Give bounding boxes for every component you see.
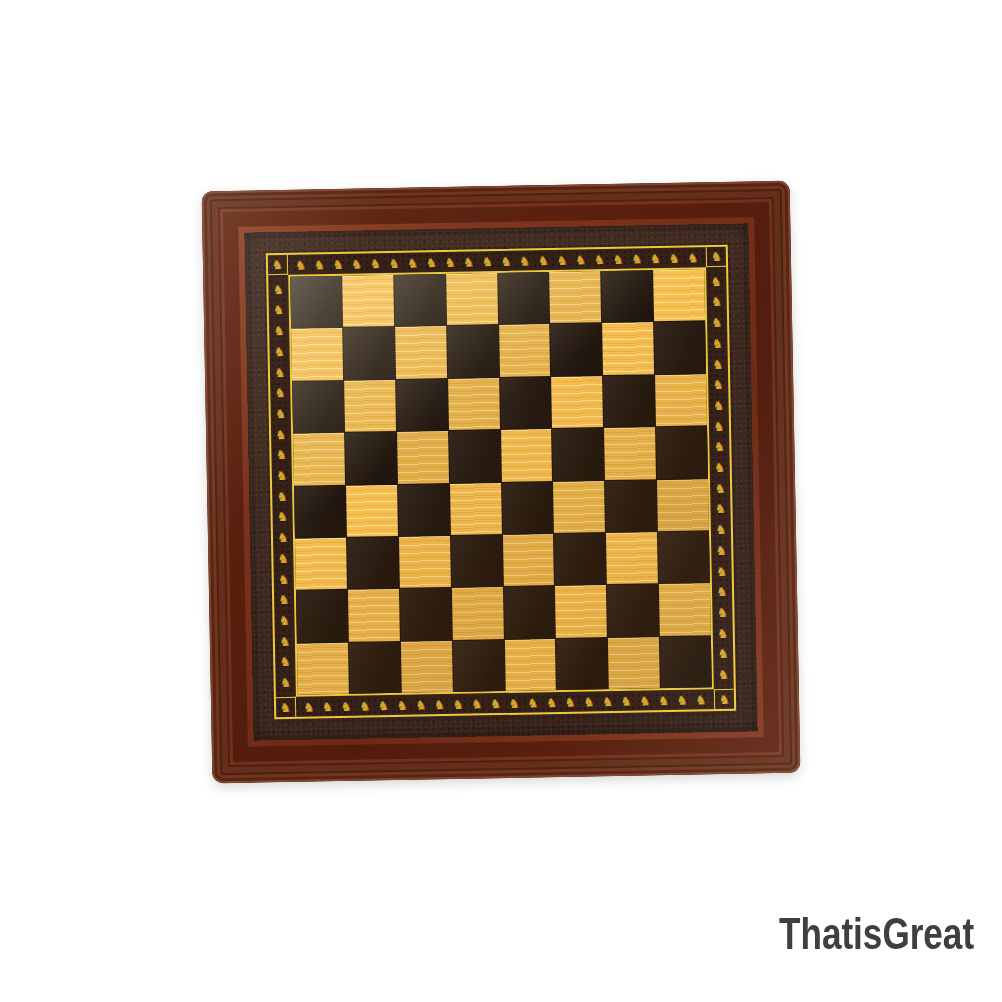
board-square (601, 270, 653, 322)
border-motif-icon: ♞ (276, 469, 288, 482)
board-square (342, 275, 394, 327)
board-square (604, 427, 656, 479)
border-motif-icon: ♞ (639, 694, 651, 707)
border-motif-icon: ♞ (272, 258, 284, 271)
board-square (447, 325, 499, 377)
border-motif-icon: ♞ (279, 635, 291, 648)
border-motif-icon: ♞ (415, 698, 427, 711)
board-square (452, 587, 504, 639)
product-photo-scene: ♞ ♞♞♞♞♞♞♞♞♞♞♞♞♞♞♞♞♞♞♞♞♞♞ ♞ ♞♞♞♞♞♞♞♞♞♞♞♞♞… (0, 0, 1002, 1002)
border-motif-icon: ♞ (508, 696, 520, 709)
border-motif-icon: ♞ (714, 482, 726, 495)
border-motif-icon: ♞ (279, 655, 291, 668)
border-motif-icon: ♞ (650, 252, 662, 265)
border-motif-icon: ♞ (314, 258, 326, 271)
border-motif-icon: ♞ (434, 698, 446, 711)
border-motif-icon: ♞ (278, 572, 290, 585)
border-motif-icon: ♞ (490, 697, 502, 710)
border-motif-icon: ♞ (713, 420, 725, 433)
watermark-text: ThatisGreat (779, 911, 974, 956)
leather-mat: ♞ ♞♞♞♞♞♞♞♞♞♞♞♞♞♞♞♞♞♞♞♞♞♞ ♞ ♞♞♞♞♞♞♞♞♞♞♞♞♞… (244, 223, 757, 740)
board-square (556, 638, 608, 690)
border-motif-icon: ♞ (716, 564, 728, 577)
border-motif-icon: ♞ (452, 697, 464, 710)
board-square (346, 484, 398, 536)
border-motif-icon: ♞ (710, 250, 722, 263)
border-motif-icon: ♞ (280, 701, 292, 714)
border-motif-icon: ♞ (717, 647, 729, 660)
board-square (292, 381, 344, 433)
border-motif-icon: ♞ (710, 275, 722, 288)
border-motif-icon: ♞ (564, 695, 576, 708)
board-square (401, 641, 453, 693)
board-square (449, 430, 501, 482)
board-square (291, 328, 343, 380)
board-square (347, 537, 399, 589)
border-motif-icon: ♞ (275, 428, 287, 441)
border-motif-icon: ♞ (272, 283, 284, 296)
border-motif-icon: ♞ (676, 693, 688, 706)
border-motif-icon: ♞ (712, 357, 724, 370)
border-motif-icon: ♞ (556, 253, 568, 266)
border-motif-icon: ♞ (575, 253, 587, 266)
border-motif-icon: ♞ (718, 668, 730, 681)
board-square (394, 274, 446, 326)
board-square (296, 590, 348, 642)
border-motif-icon: ♞ (426, 256, 438, 269)
border-motif-icon: ♞ (444, 255, 456, 268)
board-square (607, 584, 659, 636)
board-square (345, 432, 397, 484)
border-motif-icon: ♞ (711, 316, 723, 329)
board-square (295, 538, 347, 590)
board-square (551, 376, 603, 428)
gold-border-print: ♞ ♞♞♞♞♞♞♞♞♞♞♞♞♞♞♞♞♞♞♞♞♞♞ ♞ ♞♞♞♞♞♞♞♞♞♞♞♞♞… (266, 245, 736, 719)
board-square (398, 483, 450, 535)
border-motif-icon: ♞ (388, 256, 400, 269)
board-square (451, 535, 503, 587)
border-motif-icon: ♞ (658, 693, 670, 706)
board-square (657, 479, 709, 531)
border-motif-icon: ♞ (527, 696, 539, 709)
border-motif-icon: ♞ (719, 693, 731, 706)
border-motif-icon: ♞ (716, 606, 728, 619)
board-square (552, 428, 604, 480)
border-motif-icon: ♞ (276, 490, 288, 503)
board-square (660, 636, 712, 688)
border-motif-icon: ♞ (631, 252, 643, 265)
border-corner-top-right: ♞ (706, 247, 726, 267)
board-square (656, 426, 708, 478)
border-motif-icon: ♞ (538, 254, 550, 267)
board-square (606, 532, 658, 584)
border-motif-icon: ♞ (602, 694, 614, 707)
board-square (602, 323, 654, 375)
border-motif-icon: ♞ (276, 448, 288, 461)
border-motif-icon: ♞ (463, 255, 475, 268)
border-motif-icon: ♞ (277, 552, 289, 565)
border-motif-icon: ♞ (713, 440, 725, 453)
board-square (348, 589, 400, 641)
board-square (395, 326, 447, 378)
board-square (397, 431, 449, 483)
board-square (659, 583, 711, 635)
border-motif-icon: ♞ (370, 257, 382, 270)
border-motif-icon: ♞ (583, 695, 595, 708)
border-motif-icon: ♞ (612, 252, 624, 265)
border-motif-icon: ♞ (273, 303, 285, 316)
border-corner-top-left: ♞ (268, 255, 288, 275)
board-square (290, 276, 342, 328)
board-square (343, 327, 395, 379)
board-square (450, 483, 502, 535)
board-square (500, 377, 552, 429)
board-square (501, 429, 553, 481)
board-square (297, 642, 349, 694)
border-motif-icon: ♞ (471, 697, 483, 710)
border-motif-icon: ♞ (687, 251, 699, 264)
border-motif-icon: ♞ (713, 399, 725, 412)
border-motif-icon: ♞ (668, 251, 680, 264)
board-square (399, 536, 451, 588)
border-motif-icon: ♞ (303, 700, 315, 713)
border-motif-icon: ♞ (407, 256, 419, 269)
border-corner-bottom-right: ♞ (714, 689, 734, 709)
border-motif-icon: ♞ (274, 386, 286, 399)
board-square (654, 322, 706, 374)
border-motif-icon: ♞ (519, 254, 531, 267)
board-square (608, 637, 660, 689)
border-motif-icon: ♞ (482, 255, 494, 268)
border-motif-icon: ♞ (712, 378, 724, 391)
border-motif-icon: ♞ (620, 694, 632, 707)
border-corner-bottom-left: ♞ (276, 697, 296, 717)
border-motif-icon: ♞ (277, 510, 289, 523)
board-square (553, 481, 605, 533)
border-motif-icon: ♞ (711, 295, 723, 308)
border-motif-icon: ♞ (716, 585, 728, 598)
border-motif-icon: ♞ (280, 676, 292, 689)
chess-board-plaque: ♞ ♞♞♞♞♞♞♞♞♞♞♞♞♞♞♞♞♞♞♞♞♞♞ ♞ ♞♞♞♞♞♞♞♞♞♞♞♞♞… (202, 181, 801, 784)
board-square (453, 640, 505, 692)
board-grid (288, 267, 714, 697)
border-motif-icon: ♞ (378, 699, 390, 712)
border-motif-icon: ♞ (351, 257, 363, 270)
board-square (653, 269, 705, 321)
board-square (448, 378, 500, 430)
border-motif-icon: ♞ (278, 593, 290, 606)
board-square (293, 433, 345, 485)
board-square (550, 324, 602, 376)
border-motif-icon: ♞ (396, 698, 408, 711)
border-motif-icon: ♞ (500, 254, 512, 267)
border-motif-icon: ♞ (594, 253, 606, 266)
border-motif-icon: ♞ (695, 693, 707, 706)
border-motif-icon: ♞ (332, 257, 344, 270)
board-square (503, 586, 555, 638)
board-square (555, 585, 607, 637)
border-motif-icon: ♞ (715, 523, 727, 536)
board-square (658, 531, 710, 583)
board-square (499, 324, 551, 376)
board-square (396, 379, 448, 431)
board-square (344, 380, 396, 432)
border-motif-icon: ♞ (714, 461, 726, 474)
board-square (294, 485, 346, 537)
board-square (502, 534, 554, 586)
border-motif-icon: ♞ (546, 696, 558, 709)
board-square (603, 375, 655, 427)
border-motif-icon: ♞ (279, 614, 291, 627)
board-square (498, 272, 550, 324)
border-motif-icon: ♞ (295, 258, 307, 271)
border-motif-icon: ♞ (273, 324, 285, 337)
border-motif-icon: ♞ (274, 365, 286, 378)
border-motif-icon: ♞ (717, 627, 729, 640)
border-motif-icon: ♞ (715, 544, 727, 557)
board-square (504, 639, 556, 691)
border-motif-icon: ♞ (274, 345, 286, 358)
border-motif-icon: ♞ (322, 700, 334, 713)
board-square (349, 642, 401, 694)
border-motif-icon: ♞ (712, 337, 724, 350)
board-square (400, 588, 452, 640)
board-square (446, 273, 498, 325)
board-square (605, 480, 657, 532)
board-square (554, 533, 606, 585)
border-motif-icon: ♞ (275, 407, 287, 420)
board-square (550, 271, 602, 323)
border-motif-icon: ♞ (715, 502, 727, 515)
border-motif-icon: ♞ (277, 531, 289, 544)
border-motif-icon: ♞ (340, 699, 352, 712)
board-square (655, 374, 707, 426)
board-square (502, 482, 554, 534)
border-motif-icon: ♞ (359, 699, 371, 712)
